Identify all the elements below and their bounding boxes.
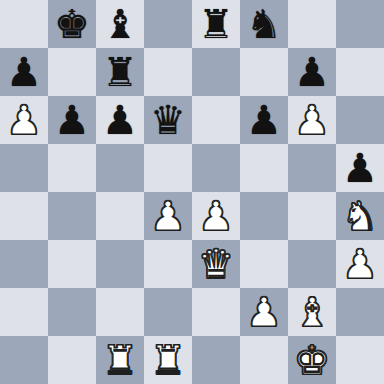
piece-white-knight[interactable]: ♞ <box>342 192 378 240</box>
square-f8[interactable]: ♞ <box>240 0 288 48</box>
piece-black-rook[interactable]: ♜ <box>198 0 234 48</box>
square-f4[interactable] <box>240 192 288 240</box>
square-c8[interactable]: ♝ <box>96 0 144 48</box>
square-a1[interactable] <box>0 336 48 384</box>
square-f2[interactable]: ♟ <box>240 288 288 336</box>
square-h3[interactable]: ♟ <box>336 240 384 288</box>
square-e2[interactable] <box>192 288 240 336</box>
square-g1[interactable]: ♚ <box>288 336 336 384</box>
square-c5[interactable] <box>96 144 144 192</box>
square-b1[interactable] <box>48 336 96 384</box>
square-h1[interactable] <box>336 336 384 384</box>
square-g4[interactable] <box>288 192 336 240</box>
square-d8[interactable] <box>144 0 192 48</box>
square-f6[interactable]: ♟ <box>240 96 288 144</box>
piece-black-knight[interactable]: ♞ <box>246 0 282 48</box>
square-b5[interactable] <box>48 144 96 192</box>
square-f1[interactable] <box>240 336 288 384</box>
square-a8[interactable] <box>0 0 48 48</box>
square-a4[interactable] <box>0 192 48 240</box>
square-e1[interactable] <box>192 336 240 384</box>
square-h6[interactable] <box>336 96 384 144</box>
square-e8[interactable]: ♜ <box>192 0 240 48</box>
piece-white-pawn[interactable]: ♟ <box>150 192 186 240</box>
square-g5[interactable] <box>288 144 336 192</box>
square-h5[interactable]: ♟ <box>336 144 384 192</box>
square-a5[interactable] <box>0 144 48 192</box>
piece-black-bishop[interactable]: ♝ <box>102 0 138 48</box>
piece-black-pawn[interactable]: ♟ <box>54 96 90 144</box>
chess-board: ♚♝♜♞♟♜♟♟♟♟♛♟♟♟♟♟♞♛♟♟♝♜♜♚ <box>0 0 384 384</box>
square-d3[interactable] <box>144 240 192 288</box>
piece-white-pawn[interactable]: ♟ <box>342 240 378 288</box>
square-e7[interactable] <box>192 48 240 96</box>
piece-white-bishop[interactable]: ♝ <box>294 288 330 336</box>
piece-white-pawn[interactable]: ♟ <box>246 288 282 336</box>
square-f7[interactable] <box>240 48 288 96</box>
square-c7[interactable]: ♜ <box>96 48 144 96</box>
piece-black-rook[interactable]: ♜ <box>102 48 138 96</box>
square-a6[interactable]: ♟ <box>0 96 48 144</box>
square-h7[interactable] <box>336 48 384 96</box>
square-d7[interactable] <box>144 48 192 96</box>
piece-black-queen[interactable]: ♛ <box>150 96 186 144</box>
piece-black-pawn[interactable]: ♟ <box>246 96 282 144</box>
square-b7[interactable] <box>48 48 96 96</box>
square-g3[interactable] <box>288 240 336 288</box>
square-h8[interactable] <box>336 0 384 48</box>
piece-white-king[interactable]: ♚ <box>294 336 330 384</box>
square-b4[interactable] <box>48 192 96 240</box>
square-c3[interactable] <box>96 240 144 288</box>
square-f5[interactable] <box>240 144 288 192</box>
piece-white-rook[interactable]: ♜ <box>150 336 186 384</box>
square-c1[interactable]: ♜ <box>96 336 144 384</box>
square-d4[interactable]: ♟ <box>144 192 192 240</box>
square-a7[interactable]: ♟ <box>0 48 48 96</box>
square-a3[interactable] <box>0 240 48 288</box>
square-c2[interactable] <box>96 288 144 336</box>
square-d2[interactable] <box>144 288 192 336</box>
piece-black-king[interactable]: ♚ <box>54 0 90 48</box>
square-h4[interactable]: ♞ <box>336 192 384 240</box>
square-g6[interactable]: ♟ <box>288 96 336 144</box>
piece-white-pawn[interactable]: ♟ <box>294 96 330 144</box>
piece-white-queen[interactable]: ♛ <box>198 240 234 288</box>
piece-black-pawn[interactable]: ♟ <box>6 48 42 96</box>
square-g7[interactable]: ♟ <box>288 48 336 96</box>
square-c6[interactable]: ♟ <box>96 96 144 144</box>
square-b6[interactable]: ♟ <box>48 96 96 144</box>
square-d6[interactable]: ♛ <box>144 96 192 144</box>
piece-black-pawn[interactable]: ♟ <box>342 144 378 192</box>
square-g2[interactable]: ♝ <box>288 288 336 336</box>
square-c4[interactable] <box>96 192 144 240</box>
square-a2[interactable] <box>0 288 48 336</box>
square-b2[interactable] <box>48 288 96 336</box>
square-e6[interactable] <box>192 96 240 144</box>
square-b8[interactable]: ♚ <box>48 0 96 48</box>
square-b3[interactable] <box>48 240 96 288</box>
square-d5[interactable] <box>144 144 192 192</box>
piece-black-pawn[interactable]: ♟ <box>102 96 138 144</box>
square-g8[interactable] <box>288 0 336 48</box>
square-e3[interactable]: ♛ <box>192 240 240 288</box>
piece-black-pawn[interactable]: ♟ <box>294 48 330 96</box>
piece-white-rook[interactable]: ♜ <box>102 336 138 384</box>
square-h2[interactable] <box>336 288 384 336</box>
piece-white-pawn[interactable]: ♟ <box>198 192 234 240</box>
square-e4[interactable]: ♟ <box>192 192 240 240</box>
square-d1[interactable]: ♜ <box>144 336 192 384</box>
square-e5[interactable] <box>192 144 240 192</box>
square-f3[interactable] <box>240 240 288 288</box>
piece-white-pawn[interactable]: ♟ <box>6 96 42 144</box>
